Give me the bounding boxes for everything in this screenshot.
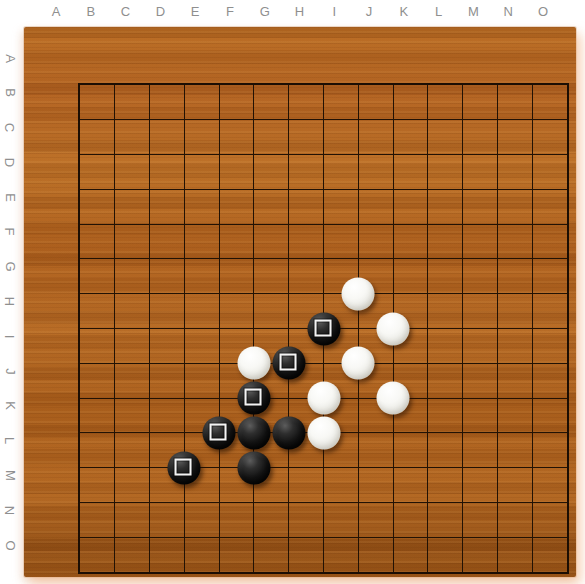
white-stone [377, 382, 410, 415]
row-label: M [1, 463, 19, 487]
white-stone [377, 312, 410, 345]
column-label: H [288, 3, 312, 21]
row-label: E [1, 185, 19, 209]
grid-line-horizontal [80, 467, 567, 468]
white-stone [342, 347, 375, 380]
goban-board [24, 27, 576, 577]
row-label-text: O [3, 540, 18, 550]
column-label: G [253, 3, 277, 21]
column-label: B [79, 3, 103, 21]
row-label-text: E [2, 193, 17, 202]
row-label-text: L [2, 437, 17, 444]
row-label-text: K [2, 402, 17, 411]
white-stone [237, 347, 270, 380]
column-label: O [531, 3, 555, 21]
column-label: I [322, 3, 346, 21]
row-label: D [1, 150, 19, 174]
row-label-text: C [2, 123, 17, 132]
row-label-text: J [3, 368, 18, 375]
row-label: H [1, 290, 19, 314]
row-label-text: N [2, 506, 17, 515]
white-stone [307, 382, 340, 415]
column-label: N [496, 3, 520, 21]
black-stone [237, 416, 270, 449]
winning-square-marker-icon [210, 423, 227, 440]
winning-square-marker-icon [314, 319, 331, 336]
row-label-text: H [2, 297, 17, 306]
row-label: L [1, 429, 19, 453]
winning-square-marker-icon [279, 354, 296, 371]
grid-line-vertical [358, 85, 359, 572]
column-label: L [427, 3, 451, 21]
black-stone [272, 347, 305, 380]
black-stone [203, 416, 236, 449]
row-label: F [1, 220, 19, 244]
row-label-text: A [2, 54, 17, 63]
grid-line-horizontal [80, 502, 567, 503]
black-stone [168, 451, 201, 484]
row-label-text: I [3, 334, 18, 338]
column-label: J [357, 3, 381, 21]
row-label-text: B [2, 88, 17, 97]
board-grid[interactable] [78, 83, 569, 574]
grid-line-vertical [462, 85, 463, 572]
row-label: G [1, 255, 19, 279]
row-label: J [1, 359, 19, 383]
gomoku-screenshot: { "game": "gomoku", "description": "Five… [0, 0, 585, 584]
row-label: B [1, 81, 19, 105]
column-label: F [218, 3, 242, 21]
grid-line-horizontal [80, 363, 567, 364]
winning-square-marker-icon [244, 389, 261, 406]
column-label: A [44, 3, 68, 21]
grid-line-vertical [427, 85, 428, 572]
row-label: I [1, 324, 19, 348]
winning-square-marker-icon [175, 458, 192, 475]
black-stone [307, 312, 340, 345]
column-label: M [461, 3, 485, 21]
column-label: E [183, 3, 207, 21]
row-label: A [1, 46, 19, 70]
row-label-text: F [2, 228, 17, 236]
column-label: C [114, 3, 138, 21]
white-stone [342, 277, 375, 310]
row-label: O [1, 533, 19, 557]
black-stone [272, 416, 305, 449]
row-label-text: G [3, 262, 18, 272]
row-label-text: D [2, 158, 17, 167]
row-label-text: M [3, 470, 18, 481]
grid-line-vertical [532, 85, 533, 572]
grid-line-horizontal [80, 537, 567, 538]
black-stone [237, 382, 270, 415]
column-label: K [392, 3, 416, 21]
grid-line-vertical [497, 85, 498, 572]
black-stone [237, 451, 270, 484]
column-label: D [148, 3, 172, 21]
row-label: C [1, 116, 19, 140]
row-label: N [1, 498, 19, 522]
white-stone [307, 416, 340, 449]
row-label: K [1, 394, 19, 418]
